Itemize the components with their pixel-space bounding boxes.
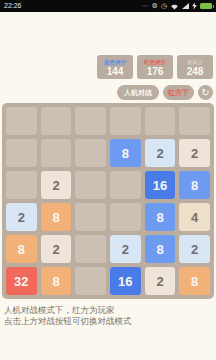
board-cell-empty	[145, 107, 176, 135]
control-bar: 人机对战 红方下 ↻	[0, 85, 213, 100]
status-icons: ⋯ ⚙ ◷	[142, 0, 212, 12]
board-cell-empty	[179, 107, 210, 135]
tile-r4: 4	[179, 203, 210, 231]
tile-r2: 2	[41, 171, 72, 199]
board-cell-empty	[41, 139, 72, 167]
blue-score-box: 蓝色得分 144	[97, 55, 133, 79]
red-score-label: 红色得分	[144, 58, 166, 65]
help-text: 人机对战模式下，红方为玩家 点击上方对战按钮可切换对战模式	[4, 305, 216, 327]
help-line-2: 点击上方对战按钮可切换对战模式	[4, 316, 216, 327]
alarm-clock-icon: ◷	[161, 0, 167, 12]
wifi-icon	[170, 3, 179, 10]
signal-icon	[182, 3, 189, 9]
board-cell-empty	[110, 203, 141, 231]
gear-icon: ⚙	[152, 0, 158, 12]
turn-indicator-button[interactable]: 红方下	[163, 85, 194, 100]
tile-r2: 2	[145, 267, 176, 295]
battery-icon	[200, 3, 212, 9]
board-cell-empty	[6, 171, 37, 199]
tile-r32: 32	[6, 267, 37, 295]
tile-b2: 2	[179, 235, 210, 263]
overflow-dots-icon: ⋯	[142, 0, 149, 12]
board-cell-empty	[75, 267, 106, 295]
tile-r8: 8	[6, 235, 37, 263]
tile-r8: 8	[179, 267, 210, 295]
board-cell-empty	[75, 203, 106, 231]
restart-button[interactable]: ↻	[198, 85, 213, 100]
restart-icon: ↻	[201, 85, 209, 100]
tile-r8: 8	[41, 267, 72, 295]
tile-r8: 8	[41, 203, 72, 231]
board-cell-empty	[75, 171, 106, 199]
app-screen: 22:26 ⋯ ⚙ ◷ 蓝色得分 144 红色得分 176 最高分 248	[0, 0, 216, 360]
tile-b8: 8	[179, 171, 210, 199]
tile-r2: 2	[179, 139, 210, 167]
board-cell-empty	[110, 171, 141, 199]
red-score-box: 红色得分 176	[137, 55, 173, 79]
board-cell-empty	[41, 107, 72, 135]
help-line-1: 人机对战模式下，红方为玩家	[4, 305, 216, 316]
blue-score-label: 蓝色得分	[104, 58, 126, 65]
tile-b8: 8	[145, 235, 176, 263]
board-cell-empty	[75, 139, 106, 167]
blue-score-value: 144	[107, 66, 124, 77]
tile-b2: 2	[6, 203, 37, 231]
battle-mode-button[interactable]: 人机对战	[117, 85, 159, 100]
board-cell-empty	[6, 139, 37, 167]
red-score-value: 176	[147, 66, 164, 77]
best-score-box: 最高分 248	[177, 55, 213, 79]
board[interactable]: 82221682884822823281628	[2, 103, 214, 299]
board-cell-empty	[75, 107, 106, 135]
tile-b2: 2	[110, 235, 141, 263]
charging-icon	[192, 2, 197, 10]
best-score-value: 248	[187, 66, 204, 77]
board-cell-empty	[6, 107, 37, 135]
board-cell-empty	[110, 107, 141, 135]
tile-b16: 16	[110, 267, 141, 295]
tile-r2: 2	[41, 235, 72, 263]
tile-b16: 16	[145, 171, 176, 199]
tile-b8: 8	[110, 139, 141, 167]
status-bar: 22:26 ⋯ ⚙ ◷	[0, 0, 216, 12]
status-time: 22:26	[4, 0, 22, 12]
score-bar: 蓝色得分 144 红色得分 176 最高分 248	[0, 55, 213, 79]
board-cell-empty	[75, 235, 106, 263]
tile-b8: 8	[145, 203, 176, 231]
tile-b2: 2	[145, 139, 176, 167]
best-score-label: 最高分	[187, 58, 204, 65]
